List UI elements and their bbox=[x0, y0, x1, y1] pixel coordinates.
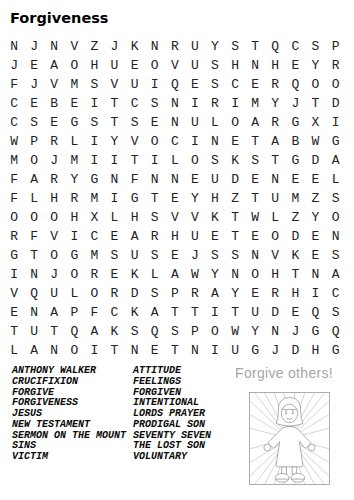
grid-cell: R bbox=[44, 132, 64, 151]
grid-cell: C bbox=[125, 94, 145, 113]
grid-cell: I bbox=[145, 151, 165, 170]
grid-cell: E bbox=[305, 170, 325, 189]
grid-cell: E bbox=[104, 227, 124, 246]
grid-cell: S bbox=[145, 94, 165, 113]
grid-cell: A bbox=[165, 265, 185, 284]
grid-cell: O bbox=[245, 265, 265, 284]
grid-cell: R bbox=[326, 56, 346, 75]
grid-cell: N bbox=[165, 94, 185, 113]
grid-cell: B bbox=[285, 132, 305, 151]
grid-cell: Y bbox=[265, 94, 285, 113]
word-item: VOLUNTARY bbox=[133, 452, 211, 463]
grid-cell: V bbox=[265, 246, 285, 265]
grid-cell: T bbox=[145, 189, 165, 208]
grid-cell: Q bbox=[165, 75, 185, 94]
grid-cell: L bbox=[64, 284, 84, 303]
grid-cell: Q bbox=[305, 303, 325, 322]
grid-cell: G bbox=[326, 132, 346, 151]
grid-cell: I bbox=[205, 303, 225, 322]
grid-cell: T bbox=[245, 189, 265, 208]
grid-cell: O bbox=[145, 56, 165, 75]
grid-cell: I bbox=[185, 132, 205, 151]
grid-cell: Y bbox=[225, 284, 245, 303]
grid-cell: R bbox=[265, 284, 285, 303]
grid-cell: R bbox=[265, 113, 285, 132]
grid-cell: N bbox=[44, 37, 64, 56]
grid-cell: A bbox=[24, 341, 44, 360]
grid-cell: S bbox=[305, 37, 325, 56]
grid-cell: A bbox=[84, 322, 104, 341]
grid-cell: E bbox=[285, 303, 305, 322]
grid-cell: Y bbox=[305, 208, 325, 227]
grid-cell: O bbox=[64, 265, 84, 284]
grid-cell: Z bbox=[285, 208, 305, 227]
grid-cell: H bbox=[64, 208, 84, 227]
grid-cell: H bbox=[265, 265, 285, 284]
grid-cell: R bbox=[4, 227, 24, 246]
grid-cell: N bbox=[265, 170, 285, 189]
grid-cell: A bbox=[245, 113, 265, 132]
grid-cell: P bbox=[24, 132, 44, 151]
grid-cell: G bbox=[245, 341, 265, 360]
grid-cell: X bbox=[84, 208, 104, 227]
grid-cell: V bbox=[185, 208, 205, 227]
grid-cell: V bbox=[64, 37, 84, 56]
grid-cell: N bbox=[245, 56, 265, 75]
grid-cell: C bbox=[84, 227, 104, 246]
grid-cell: U bbox=[24, 322, 44, 341]
grid-cell: E bbox=[165, 246, 185, 265]
grid-cell: O bbox=[265, 227, 285, 246]
grid-cell: B bbox=[44, 94, 64, 113]
grid-cell: F bbox=[125, 170, 145, 189]
grid-cell: I bbox=[185, 94, 205, 113]
grid-cell: N bbox=[326, 227, 346, 246]
grid-cell: I bbox=[104, 189, 124, 208]
grid-cell: O bbox=[305, 75, 325, 94]
grid-cell: N bbox=[24, 265, 44, 284]
grid-cell: E bbox=[305, 227, 325, 246]
grid-cell: K bbox=[104, 322, 124, 341]
grid-cell: J bbox=[24, 37, 44, 56]
grid-cell: V bbox=[44, 75, 64, 94]
grid-cell: J bbox=[285, 322, 305, 341]
grid-cell: L bbox=[145, 265, 165, 284]
grid-cell: U bbox=[185, 56, 205, 75]
grid-cell: I bbox=[305, 284, 325, 303]
grid-cell: W bbox=[185, 265, 205, 284]
grid-cell: N bbox=[205, 132, 225, 151]
word-search-grid: NJNVZJKNRUYSTQCSPJEAOHUEOVUSHNHEYRFJVMSV… bbox=[4, 37, 346, 360]
grid-cell: L bbox=[24, 189, 44, 208]
grid-cell: L bbox=[64, 132, 84, 151]
grid-cell: T bbox=[165, 303, 185, 322]
child-sunburst-illustration bbox=[249, 392, 330, 485]
grid-cell: I bbox=[84, 132, 104, 151]
grid-cell: I bbox=[326, 113, 346, 132]
grid-cell: L bbox=[165, 151, 185, 170]
grid-cell: N bbox=[4, 37, 24, 56]
grid-cell: Q bbox=[326, 322, 346, 341]
grid-cell: W bbox=[225, 322, 245, 341]
grid-cell: P bbox=[64, 303, 84, 322]
grid-cell: W bbox=[305, 132, 325, 151]
grid-cell: Y bbox=[305, 56, 325, 75]
grid-cell: H bbox=[265, 56, 285, 75]
grid-cell: S bbox=[145, 284, 165, 303]
grid-cell: G bbox=[64, 113, 84, 132]
grid-cell: I bbox=[205, 341, 225, 360]
grid-cell: D bbox=[265, 303, 285, 322]
grid-cell: F bbox=[4, 170, 24, 189]
grid-cell: L bbox=[265, 208, 285, 227]
grid-cell: U bbox=[125, 246, 145, 265]
grid-cell: N bbox=[125, 341, 145, 360]
grid-cell: T bbox=[245, 37, 265, 56]
grid-cell: O bbox=[64, 341, 84, 360]
worksheet-page: Forgiveness NJNVZJKNRUYSTQCSPJEAOHUEOVUS… bbox=[0, 0, 354, 500]
grid-cell: R bbox=[145, 227, 165, 246]
grid-cell: O bbox=[44, 208, 64, 227]
grid-cell: H bbox=[305, 341, 325, 360]
grid-cell: M bbox=[84, 189, 104, 208]
grid-cell: T bbox=[245, 132, 265, 151]
grid-cell: R bbox=[185, 284, 205, 303]
grid-cell: Y bbox=[245, 322, 265, 341]
grid-cell: V bbox=[165, 208, 185, 227]
grid-cell: H bbox=[165, 227, 185, 246]
grid-cell: M bbox=[4, 151, 24, 170]
grid-cell: S bbox=[245, 151, 265, 170]
grid-cell: N bbox=[145, 37, 165, 56]
grid-cell: J bbox=[4, 56, 24, 75]
grid-cell: V bbox=[44, 227, 64, 246]
grid-cell: T bbox=[265, 151, 285, 170]
grid-cell: K bbox=[225, 151, 245, 170]
grid-cell: S bbox=[205, 246, 225, 265]
grid-cell: N bbox=[104, 170, 124, 189]
grid-cell: N bbox=[24, 303, 44, 322]
word-item: PRODIGAL SON bbox=[133, 420, 211, 431]
grid-cell: N bbox=[305, 265, 325, 284]
grid-cell: T bbox=[305, 94, 325, 113]
grid-cell: K bbox=[285, 246, 305, 265]
grid-cell: V bbox=[4, 284, 24, 303]
grid-cell: Y bbox=[205, 37, 225, 56]
grid-cell: T bbox=[44, 322, 64, 341]
grid-cell: E bbox=[24, 94, 44, 113]
grid-cell: E bbox=[145, 113, 165, 132]
grid-cell: E bbox=[125, 56, 145, 75]
grid-cell: K bbox=[125, 265, 145, 284]
grid-cell: K bbox=[205, 208, 225, 227]
grid-cell: S bbox=[125, 113, 145, 132]
grid-cell: J bbox=[104, 37, 124, 56]
grid-cell: L bbox=[326, 170, 346, 189]
grid-cell: J bbox=[44, 265, 64, 284]
grid-cell: N bbox=[145, 170, 165, 189]
grid-cell: P bbox=[165, 284, 185, 303]
grid-cell: E bbox=[145, 341, 165, 360]
grid-cell: K bbox=[125, 37, 145, 56]
grid-cell: Y bbox=[185, 189, 205, 208]
grid-cell: E bbox=[24, 56, 44, 75]
grid-cell: E bbox=[165, 189, 185, 208]
grid-cell: C bbox=[4, 113, 24, 132]
grid-cell: A bbox=[265, 132, 285, 151]
grid-cell: U bbox=[205, 170, 225, 189]
grid-cell: T bbox=[285, 265, 305, 284]
grid-cell: U bbox=[104, 56, 124, 75]
grid-cell: U bbox=[185, 37, 205, 56]
grid-cell: I bbox=[84, 151, 104, 170]
word-item: NEW TESTAMENT bbox=[12, 420, 126, 431]
grid-cell: Y bbox=[104, 132, 124, 151]
grid-cell: H bbox=[225, 56, 245, 75]
grid-cell: S bbox=[165, 322, 185, 341]
grid-cell: M bbox=[64, 75, 84, 94]
grid-cell: H bbox=[285, 284, 305, 303]
grid-cell: Z bbox=[225, 189, 245, 208]
grid-cell: J bbox=[44, 151, 64, 170]
grid-cell: S bbox=[326, 189, 346, 208]
grid-cell: O bbox=[44, 246, 64, 265]
grid-cell: O bbox=[84, 284, 104, 303]
grid-cell: W bbox=[245, 208, 265, 227]
grid-cell: G bbox=[305, 322, 325, 341]
grid-cell: G bbox=[64, 246, 84, 265]
grid-cell: T bbox=[185, 303, 205, 322]
grid-cell: R bbox=[205, 94, 225, 113]
grid-cell: E bbox=[225, 132, 245, 151]
grid-cell: G bbox=[285, 151, 305, 170]
grid-cell: O bbox=[205, 322, 225, 341]
grid-cell: I bbox=[145, 75, 165, 94]
grid-cell: G bbox=[285, 113, 305, 132]
grid-cell: E bbox=[185, 170, 205, 189]
grid-cell: T bbox=[225, 208, 245, 227]
grid-cell: S bbox=[24, 113, 44, 132]
grid-cell: O bbox=[326, 208, 346, 227]
grid-cell: A bbox=[125, 227, 145, 246]
grid-cell: A bbox=[44, 56, 64, 75]
grid-cell: S bbox=[205, 151, 225, 170]
grid-cell: O bbox=[145, 132, 165, 151]
grid-cell: U bbox=[44, 284, 64, 303]
grid-cell: P bbox=[185, 322, 205, 341]
grid-cell: S bbox=[145, 246, 165, 265]
grid-cell: S bbox=[84, 75, 104, 94]
grid-cell: R bbox=[265, 75, 285, 94]
grid-cell: M bbox=[64, 151, 84, 170]
grid-cell: D bbox=[285, 341, 305, 360]
grid-cell: C bbox=[285, 37, 305, 56]
grid-cell: E bbox=[245, 75, 265, 94]
grid-cell: Q bbox=[24, 284, 44, 303]
grid-cell: A bbox=[44, 303, 64, 322]
grid-cell: N bbox=[165, 170, 185, 189]
grid-cell: S bbox=[205, 56, 225, 75]
grid-cell: C bbox=[4, 94, 24, 113]
grid-cell: Y bbox=[64, 170, 84, 189]
grid-cell: C bbox=[225, 75, 245, 94]
grid-cell: V bbox=[125, 132, 145, 151]
grid-cell: M bbox=[285, 189, 305, 208]
grid-cell: U bbox=[185, 113, 205, 132]
grid-cell: N bbox=[265, 322, 285, 341]
grid-cell: A bbox=[205, 284, 225, 303]
grid-cell: S bbox=[125, 322, 145, 341]
grid-cell: C bbox=[104, 303, 124, 322]
grid-cell: M bbox=[245, 94, 265, 113]
grid-cell: V bbox=[165, 56, 185, 75]
word-item: CRUCIFIXION bbox=[12, 377, 126, 388]
grid-cell: R bbox=[44, 170, 64, 189]
grid-cell: S bbox=[326, 246, 346, 265]
grid-cell: D bbox=[326, 94, 346, 113]
grid-cell: S bbox=[84, 113, 104, 132]
grid-cell: E bbox=[205, 227, 225, 246]
grid-cell: O bbox=[64, 56, 84, 75]
caption-forgive-others: Forgive others! bbox=[234, 365, 334, 381]
grid-cell: H bbox=[44, 189, 64, 208]
grid-cell: O bbox=[24, 151, 44, 170]
grid-cell: J bbox=[285, 94, 305, 113]
grid-cell: I bbox=[84, 94, 104, 113]
grid-cell: E bbox=[245, 170, 265, 189]
grid-cell: V bbox=[104, 75, 124, 94]
grid-cell: U bbox=[125, 75, 145, 94]
grid-cell: T bbox=[4, 322, 24, 341]
grid-cell: A bbox=[326, 265, 346, 284]
grid-cell: F bbox=[4, 189, 24, 208]
grid-cell: R bbox=[84, 265, 104, 284]
grid-cell: H bbox=[205, 189, 225, 208]
grid-cell: Q bbox=[265, 37, 285, 56]
grid-cell: R bbox=[104, 284, 124, 303]
grid-cell: N bbox=[225, 265, 245, 284]
grid-cell: S bbox=[145, 208, 165, 227]
grid-cell: T bbox=[225, 303, 245, 322]
grid-cell: S bbox=[225, 246, 245, 265]
grid-cell: O bbox=[225, 113, 245, 132]
grid-cell: U bbox=[245, 303, 265, 322]
face bbox=[281, 404, 297, 422]
grid-cell: H bbox=[84, 56, 104, 75]
grid-cell: S bbox=[205, 75, 225, 94]
grid-cell: I bbox=[104, 151, 124, 170]
grid-cell: T bbox=[225, 227, 245, 246]
grid-cell: N bbox=[185, 341, 205, 360]
grid-cell: E bbox=[44, 113, 64, 132]
grid-cell: J bbox=[24, 75, 44, 94]
grid-cell: A bbox=[145, 303, 165, 322]
grid-cell: T bbox=[104, 94, 124, 113]
grid-cell: J bbox=[265, 341, 285, 360]
page-title: Forgiveness bbox=[10, 10, 108, 26]
grid-cell: G bbox=[84, 170, 104, 189]
grid-cell: E bbox=[104, 265, 124, 284]
grid-cell: A bbox=[24, 170, 44, 189]
grid-cell: F bbox=[24, 227, 44, 246]
word-item: VICTIM bbox=[12, 452, 126, 463]
grid-cell: L bbox=[104, 208, 124, 227]
grid-cell: D bbox=[125, 284, 145, 303]
grid-cell: O bbox=[4, 208, 24, 227]
grid-cell: Q bbox=[145, 322, 165, 341]
grid-cell: R bbox=[64, 189, 84, 208]
grid-cell: N bbox=[44, 341, 64, 360]
grid-cell: I bbox=[225, 94, 245, 113]
grid-cell: F bbox=[4, 75, 24, 94]
grid-cell: D bbox=[285, 227, 305, 246]
grid-cell: T bbox=[104, 341, 124, 360]
word-list-right: ATTITUDEFEELINGSFORGIVENINTENTIONALLORDS… bbox=[133, 366, 211, 463]
grid-cell: R bbox=[165, 37, 185, 56]
grid-cell: F bbox=[84, 303, 104, 322]
grid-cell: L bbox=[205, 113, 225, 132]
grid-cell: U bbox=[225, 341, 245, 360]
grid-cell: U bbox=[265, 189, 285, 208]
grid-cell: O bbox=[24, 208, 44, 227]
grid-cell: E bbox=[185, 75, 205, 94]
grid-cell: M bbox=[84, 246, 104, 265]
grid-cell: I bbox=[4, 265, 24, 284]
word-item: FEELINGS bbox=[133, 377, 211, 388]
grid-cell: K bbox=[125, 303, 145, 322]
grid-cell: U bbox=[185, 227, 205, 246]
grid-cell: C bbox=[165, 132, 185, 151]
grid-cell: E bbox=[305, 246, 325, 265]
grid-cell: C bbox=[326, 284, 346, 303]
grid-cell: T bbox=[165, 341, 185, 360]
grid-cell: I bbox=[84, 341, 104, 360]
word-list-left: ANTHONY WALKERCRUCIFIXIONFORGIVEFORGIVEN… bbox=[12, 366, 126, 463]
grid-cell: W bbox=[4, 132, 24, 151]
grid-cell: G bbox=[326, 341, 346, 360]
grid-cell: T bbox=[24, 246, 44, 265]
grid-cell: S bbox=[326, 303, 346, 322]
grid-cell: T bbox=[125, 151, 145, 170]
grid-cell: D bbox=[225, 170, 245, 189]
grid-cell: Y bbox=[205, 265, 225, 284]
grid-cell: S bbox=[225, 37, 245, 56]
grid-cell: X bbox=[305, 113, 325, 132]
grid-cell: N bbox=[165, 113, 185, 132]
grid-cell: E bbox=[4, 303, 24, 322]
grid-cell: E bbox=[245, 284, 265, 303]
grid-cell: D bbox=[305, 151, 325, 170]
grid-cell: L bbox=[4, 341, 24, 360]
grid-cell: S bbox=[104, 246, 124, 265]
grid-cell: Z bbox=[84, 37, 104, 56]
grid-cell: O bbox=[326, 75, 346, 94]
grid-cell: Q bbox=[285, 75, 305, 94]
grid-cell: N bbox=[245, 246, 265, 265]
grid-cell: I bbox=[64, 227, 84, 246]
grid-cell: P bbox=[326, 37, 346, 56]
grid-cell: G bbox=[125, 189, 145, 208]
grid-cell: E bbox=[285, 56, 305, 75]
grid-cell: J bbox=[185, 246, 205, 265]
grid-cell: O bbox=[185, 151, 205, 170]
grid-cell: E bbox=[245, 227, 265, 246]
grid-cell: E bbox=[285, 170, 305, 189]
grid-cell: H bbox=[125, 208, 145, 227]
grid-cell: Z bbox=[305, 189, 325, 208]
grid-cell: Q bbox=[64, 322, 84, 341]
grid-cell: E bbox=[64, 94, 84, 113]
